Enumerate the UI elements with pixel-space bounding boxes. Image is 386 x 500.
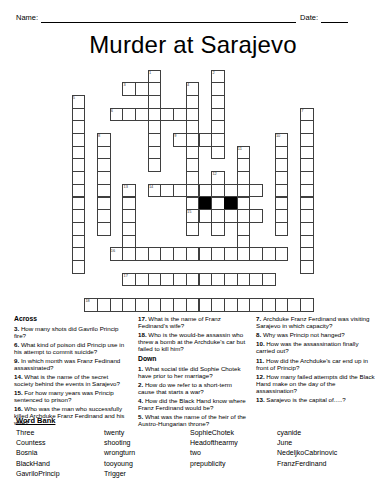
- grid-cell-r14c12[interactable]: [224, 247, 238, 261]
- grid-cell-r4c0[interactable]: [72, 120, 86, 134]
- grid-cell-r9c6[interactable]: [148, 184, 162, 198]
- grid-cell-r4c18[interactable]: [300, 120, 314, 134]
- grid-cell-r1c9[interactable]: [186, 82, 200, 96]
- grid-cell-r16c8[interactable]: [173, 273, 187, 287]
- grid-cell-r9c13[interactable]: [237, 184, 251, 198]
- grid-cell-r15c18[interactable]: [300, 260, 314, 274]
- grid-cell-r7c13[interactable]: [237, 158, 251, 172]
- word-bank-item: SophieChotek: [190, 428, 277, 438]
- grid-cell-r12c2[interactable]: [97, 222, 111, 236]
- grid-cell-r3c6[interactable]: [148, 108, 162, 122]
- grid-cell-r11c13[interactable]: [237, 209, 251, 223]
- clue-across-18: 18. Who is the would-be assassin who thr…: [138, 331, 250, 352]
- grid-cell-r14c3[interactable]: [110, 247, 124, 261]
- grid-cell-r10c18[interactable]: [300, 197, 314, 211]
- grid-cell-r3c8[interactable]: [173, 108, 187, 122]
- grid-cell-r16c12[interactable]: [224, 273, 238, 287]
- grid-cell-r14c9[interactable]: [186, 247, 200, 261]
- grid-cell-r11c0[interactable]: [72, 209, 86, 223]
- grid-cell-r6c11[interactable]: [211, 146, 225, 160]
- word-bank-item: prepublicity: [190, 459, 277, 469]
- grid-cell-r3c18[interactable]: [300, 108, 314, 122]
- grid-cell-r9c10[interactable]: [199, 184, 213, 198]
- grid-cell-r14c5[interactable]: [135, 247, 149, 261]
- grid-cell-r4c11[interactable]: [211, 120, 225, 134]
- grid-cell-r7c18[interactable]: [300, 158, 314, 172]
- grid-cell-r6c9[interactable]: [186, 146, 200, 160]
- grid-cell-r16c10[interactable]: [199, 273, 213, 287]
- grid-cell-r13c4[interactable]: [122, 235, 136, 249]
- grid-cell-r11c10[interactable]: [199, 209, 213, 223]
- grid-cell-r12c11[interactable]: [211, 222, 225, 236]
- grid-cell-r9c18[interactable]: [300, 184, 314, 198]
- grid-cell-r8c11[interactable]: [211, 171, 225, 185]
- grid-cell-r16c11[interactable]: [211, 273, 225, 287]
- grid-cell-r11c2[interactable]: [97, 209, 111, 223]
- grid-cell-r18c7[interactable]: [160, 298, 174, 312]
- grid-cell-r14c8[interactable]: [173, 247, 187, 261]
- grid-cell-r6c2[interactable]: [97, 146, 111, 160]
- grid-cell-r9c2[interactable]: [97, 184, 111, 198]
- crossword-grid: 369141516171812457810111213: [72, 70, 315, 313]
- grid-cell-r12c0[interactable]: [72, 222, 86, 236]
- word-bank-item: wrongturn: [104, 448, 190, 458]
- clue-across-17: 17. What is the name of Franz Fedinand's…: [138, 315, 250, 329]
- clue-across-6: 6. What kind of poison did Princip use i…: [14, 341, 126, 355]
- black-cell: [224, 197, 238, 211]
- grid-cell-r9c16[interactable]: [275, 184, 289, 198]
- grid-cell-r9c11[interactable]: [211, 184, 225, 198]
- word-bank-item: Headofthearmy: [190, 438, 277, 448]
- grid-cell-r7c0[interactable]: [72, 158, 86, 172]
- grid-cell-r16c6[interactable]: [148, 273, 162, 287]
- word-bank-item: FranzFerdinand: [277, 459, 374, 469]
- word-bank-item: two: [190, 448, 277, 458]
- grid-cell-r18c13[interactable]: [237, 298, 251, 312]
- clue-down-7: 7. Archduke Franz Ferdinand was visiting…: [256, 315, 378, 329]
- clue-across-9: 9. In which month was Franz Fedinand ass…: [14, 357, 126, 371]
- grid-cell-r16c13[interactable]: [237, 273, 251, 287]
- grid-cell-r18c11[interactable]: [211, 298, 225, 312]
- grid-cell-r7c16[interactable]: [275, 158, 289, 172]
- grid-cell-r2c0[interactable]: [72, 95, 86, 109]
- grid-cell-r18c8[interactable]: [173, 298, 187, 312]
- grid-cell-r3c11[interactable]: [211, 108, 225, 122]
- grid-cell-r18c9[interactable]: [186, 298, 200, 312]
- grid-cell-r10c4[interactable]: [122, 197, 136, 211]
- grid-cell-r10c16[interactable]: [275, 197, 289, 211]
- grid-cell-r7c6[interactable]: [148, 158, 162, 172]
- clue-down-11: 11. How did the Archduke's car end up in…: [256, 357, 378, 371]
- grid-cell-r3c5[interactable]: [135, 108, 149, 122]
- grid-cell-r5c8[interactable]: [173, 133, 187, 147]
- grid-cell-r8c13[interactable]: [237, 171, 251, 185]
- grid-cell-r1c6[interactable]: [148, 82, 162, 96]
- word-bank-item: cyanide: [277, 428, 374, 438]
- grid-cell-r14c13[interactable]: [237, 247, 251, 261]
- name-date-row: Name: Date:: [16, 13, 348, 23]
- grid-cell-r18c5[interactable]: [135, 298, 149, 312]
- clue-down-13: 13. Sarajevo is the capital of.....?: [256, 396, 378, 403]
- grid-cell-r18c3[interactable]: [110, 298, 124, 312]
- grid-cell-r3c7[interactable]: [160, 108, 174, 122]
- grid-cell-r5c2[interactable]: [97, 133, 111, 147]
- grid-cell-r2c9[interactable]: [186, 95, 200, 109]
- puzzle-title: Murder at Sarajevo: [0, 31, 386, 59]
- crossword-worksheet: Name: Date: Murder at Sarajevo 369141516…: [0, 0, 386, 500]
- grid-cell-r9c14[interactable]: [249, 184, 263, 198]
- grid-cell-r4c9[interactable]: [186, 120, 200, 134]
- grid-cell-r12c18[interactable]: [300, 222, 314, 236]
- word-bank-item: shooting: [104, 438, 190, 448]
- down-header: Down: [138, 355, 250, 363]
- grid-cell-r8c18[interactable]: [300, 171, 314, 185]
- grid-cell-r3c4[interactable]: [122, 108, 136, 122]
- grid-cell-r3c9[interactable]: [186, 108, 200, 122]
- grid-cell-r6c18[interactable]: [300, 146, 314, 160]
- grid-cell-r5c10[interactable]: [199, 133, 213, 147]
- grid-cell-r6c6[interactable]: [148, 146, 162, 160]
- word-bank-item: tooyoung: [104, 459, 190, 469]
- clue-column-1: Across3. How many shots did Gavrilo Prin…: [14, 315, 126, 429]
- name-input-line[interactable]: [41, 13, 296, 23]
- grid-cell-r12c16[interactable]: [275, 222, 289, 236]
- grid-cell-r10c11[interactable]: [211, 197, 225, 211]
- grid-cell-r11c14[interactable]: [249, 209, 263, 223]
- clues-section: Across3. How many shots did Gavrilo Prin…: [14, 315, 378, 429]
- grid-cell-r18c15[interactable]: [262, 298, 276, 312]
- grid-cell-r13c13[interactable]: [237, 235, 251, 249]
- grid-cell-r5c11[interactable]: [211, 133, 225, 147]
- grid-cell-r15c0[interactable]: [72, 260, 86, 274]
- grid-cell-r6c0[interactable]: [72, 146, 86, 160]
- grid-cell-r14c11[interactable]: [211, 247, 225, 261]
- clue-down-10: 10. How was the assassination finally ca…: [256, 340, 378, 354]
- clue-down-1: 1. What social title did Sophie Chotek h…: [138, 365, 250, 379]
- grid-cell-r2c11[interactable]: [211, 95, 225, 109]
- grid-cell-r14c0[interactable]: [72, 247, 86, 261]
- grid-cell-r11c11[interactable]: [211, 209, 225, 223]
- clue-across-3: 3. How many shots did Gavrilo Princip fi…: [14, 325, 126, 339]
- grid-cell-r9c4[interactable]: [122, 184, 136, 198]
- grid-cell-r2c6[interactable]: [148, 95, 162, 109]
- across-header: Across: [14, 315, 126, 323]
- clue-down-4: 4. How did the Black Hand know where Fra…: [138, 397, 250, 411]
- word-bank-column-2: twentyshootingwrongturntooyoungTrigger: [104, 428, 190, 479]
- grid-cell-r7c2[interactable]: [97, 158, 111, 172]
- grid-cell-r14c14[interactable]: [249, 247, 263, 261]
- word-bank-column-1: ThreeCountessBosniaBlackHandGavriloPrinc…: [16, 428, 104, 479]
- grid-cell-r14c10[interactable]: [199, 247, 213, 261]
- grid-cell-r14c16[interactable]: [275, 247, 289, 261]
- grid-cell-r18c16[interactable]: [275, 298, 289, 312]
- grid-cell-r11c9[interactable]: [186, 209, 200, 223]
- word-bank-item: NedeljkoCabrinovic: [277, 448, 374, 458]
- grid-cell-r18c12[interactable]: [224, 298, 238, 312]
- word-bank-columns: ThreeCountessBosniaBlackHandGavriloPrinc…: [16, 428, 374, 479]
- grid-cell-r16c4[interactable]: [122, 273, 136, 287]
- grid-cell-r9c7[interactable]: [160, 184, 174, 198]
- grid-cell-r5c6[interactable]: [148, 133, 162, 147]
- grid-cell-r5c0[interactable]: [72, 133, 86, 147]
- word-bank-item: twenty: [104, 428, 190, 438]
- grid-cell-r18c10[interactable]: [199, 298, 213, 312]
- grid-cell-r5c16[interactable]: [275, 133, 289, 147]
- word-bank-column-4: cyanideJuneNedeljkoCabrinovicFranzFerdin…: [277, 428, 374, 479]
- grid-cell-r0c6[interactable]: [148, 70, 162, 84]
- grid-cell-r18c1[interactable]: [84, 298, 98, 312]
- word-bank-item: June: [277, 438, 374, 448]
- word-bank-item: Trigger: [104, 469, 190, 479]
- word-bank-item: Countess: [16, 438, 104, 448]
- grid-cell-r14c4[interactable]: [122, 247, 136, 261]
- grid-cell-r13c18[interactable]: [300, 235, 314, 249]
- clue-across-14: 14. What is the name of the secret socie…: [14, 373, 126, 387]
- grid-cell-r12c4[interactable]: [122, 222, 136, 236]
- grid-cell-r8c2[interactable]: [97, 171, 111, 185]
- grid-cell-r12c13[interactable]: [237, 222, 251, 236]
- grid-cell-r1c4[interactable]: [122, 82, 136, 96]
- grid-cell-r14c15[interactable]: [262, 247, 276, 261]
- grid-cell-r11c12[interactable]: [224, 209, 238, 223]
- clue-across-15: 15. For how many years was Princip sente…: [14, 389, 126, 403]
- grid-cell-r6c16[interactable]: [275, 146, 289, 160]
- grid-cell-r14c7[interactable]: [160, 247, 174, 261]
- grid-cell-r0c11[interactable]: [211, 70, 225, 84]
- clue-down-12: 12. How many failed attempts did the Bla…: [256, 373, 378, 394]
- grid-cell-r3c3[interactable]: [110, 108, 124, 122]
- grid-cell-r18c17[interactable]: [287, 298, 301, 312]
- grid-cell-r5c9[interactable]: [186, 133, 200, 147]
- word-bank-item: BlackHand: [16, 459, 104, 469]
- grid-cell-r7c9[interactable]: [186, 158, 200, 172]
- grid-cell-r1c5[interactable]: [135, 82, 149, 96]
- grid-cell-r13c0[interactable]: [72, 235, 86, 249]
- grid-cell-r3c0[interactable]: [72, 108, 86, 122]
- grid-cell-r9c9[interactable]: [186, 184, 200, 198]
- grid-cell-r18c18[interactable]: [300, 298, 314, 312]
- grid-cell-r12c9[interactable]: [186, 222, 200, 236]
- grid-cell-r18c14[interactable]: [249, 298, 263, 312]
- clue-column-3: 7. Archduke Franz Ferdinand was visiting…: [256, 315, 378, 429]
- grid-cell-r11c16[interactable]: [275, 209, 289, 223]
- black-cell: [199, 197, 213, 211]
- clue-column-2: 17. What is the name of Franz Fedinand's…: [138, 315, 250, 429]
- grid-cell-r11c4[interactable]: [122, 209, 136, 223]
- word-bank-item: Three: [16, 428, 104, 438]
- grid-cell-r1c11[interactable]: [211, 82, 225, 96]
- grid-cell-r10c9[interactable]: [186, 197, 200, 211]
- word-bank-column-3: SophieChotekHeadofthearmytwoprepublicity: [190, 428, 277, 479]
- grid-cell-r8c0[interactable]: [72, 171, 86, 185]
- grid-cell-r16c14[interactable]: [249, 273, 263, 287]
- grid-cell-r8c16[interactable]: [275, 171, 289, 185]
- word-bank-title: Word Bank: [16, 416, 374, 425]
- grid-cell-r9c8[interactable]: [173, 184, 187, 198]
- grid-cell-r9c12[interactable]: [224, 184, 238, 198]
- grid-cell-r16c15[interactable]: [262, 273, 276, 287]
- grid-cell-r11c18[interactable]: [300, 209, 314, 223]
- grid-cell-r4c6[interactable]: [148, 120, 162, 134]
- grid-cell-r16c5[interactable]: [135, 273, 149, 287]
- grid-cell-r16c9[interactable]: [186, 273, 200, 287]
- word-bank-item: Bosnia: [16, 448, 104, 458]
- grid-cell-r16c7[interactable]: [160, 273, 174, 287]
- grid-cell-r10c2[interactable]: [97, 197, 111, 211]
- grid-cell-r6c13[interactable]: [237, 146, 251, 160]
- word-bank-item: GavriloPrincip: [16, 469, 104, 479]
- clue-down-8: 8. Why was Princip not hanged?: [256, 331, 378, 338]
- date-label: Date:: [300, 13, 318, 23]
- word-bank-section: Word Bank ThreeCountessBosniaBlackHandGa…: [16, 416, 374, 479]
- grid-cell-r14c18[interactable]: [300, 247, 314, 261]
- date-input-line[interactable]: [321, 13, 348, 23]
- grid-cell-r9c0[interactable]: [72, 184, 86, 198]
- grid-cell-r10c13[interactable]: [237, 197, 251, 211]
- clue-down-2: 2. How do we refer to a short-term cause…: [138, 381, 250, 395]
- grid-cell-r8c9[interactable]: [186, 171, 200, 185]
- grid-cell-r10c0[interactable]: [72, 197, 86, 211]
- name-label: Name:: [16, 13, 38, 23]
- grid-cell-r5c18[interactable]: [300, 133, 314, 147]
- grid-cell-r18c6[interactable]: [148, 298, 162, 312]
- grid-cell-r14c6[interactable]: [148, 247, 162, 261]
- grid-cell-r18c2[interactable]: [97, 298, 111, 312]
- grid-cell-r18c4[interactable]: [122, 298, 136, 312]
